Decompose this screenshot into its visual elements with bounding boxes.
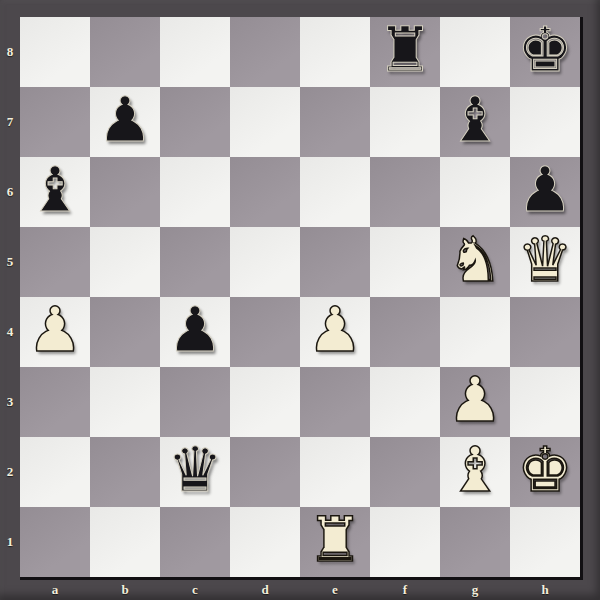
rank-label-4: 4: [0, 297, 20, 367]
square-f5[interactable]: [370, 227, 440, 297]
square-b3[interactable]: [90, 367, 160, 437]
square-a2[interactable]: [20, 437, 90, 507]
square-f7[interactable]: [370, 87, 440, 157]
piece-white-bishop[interactable]: ♝: [447, 435, 503, 505]
square-e2[interactable]: [300, 437, 370, 507]
square-g2[interactable]: ♝: [440, 437, 510, 507]
square-c5[interactable]: [160, 227, 230, 297]
square-g1[interactable]: [440, 507, 510, 577]
square-e6[interactable]: [300, 157, 370, 227]
rank-label-6: 6: [0, 157, 20, 227]
square-e8[interactable]: [300, 17, 370, 87]
square-b5[interactable]: [90, 227, 160, 297]
piece-black-bishop[interactable]: ♝: [447, 85, 503, 155]
square-e5[interactable]: [300, 227, 370, 297]
piece-black-rook[interactable]: ♜: [377, 15, 433, 85]
piece-black-pawn[interactable]: ♟: [517, 155, 573, 225]
square-c2[interactable]: ♛: [160, 437, 230, 507]
square-c4[interactable]: ♟: [160, 297, 230, 367]
square-d5[interactable]: [230, 227, 300, 297]
file-label-g: g: [440, 580, 510, 600]
chess-board: ♜♚♟♝♝♟♞♛♟♟♟♟♛♝♚♜: [20, 17, 583, 580]
square-h8[interactable]: ♚: [510, 17, 580, 87]
square-b4[interactable]: [90, 297, 160, 367]
rank-label-7: 7: [0, 87, 20, 157]
square-g3[interactable]: ♟: [440, 367, 510, 437]
square-e7[interactable]: [300, 87, 370, 157]
square-h7[interactable]: [510, 87, 580, 157]
piece-white-rook[interactable]: ♜: [307, 505, 363, 575]
rank-label-2: 2: [0, 437, 20, 507]
piece-white-queen[interactable]: ♛: [517, 225, 573, 295]
file-label-f: f: [370, 580, 440, 600]
square-g8[interactable]: [440, 17, 510, 87]
square-g7[interactable]: ♝: [440, 87, 510, 157]
square-h1[interactable]: [510, 507, 580, 577]
square-e3[interactable]: [300, 367, 370, 437]
piece-white-knight[interactable]: ♞: [447, 225, 503, 295]
square-b7[interactable]: ♟: [90, 87, 160, 157]
square-c8[interactable]: [160, 17, 230, 87]
square-f8[interactable]: ♜: [370, 17, 440, 87]
square-e4[interactable]: ♟: [300, 297, 370, 367]
piece-white-pawn[interactable]: ♟: [447, 365, 503, 435]
square-a7[interactable]: [20, 87, 90, 157]
square-e1[interactable]: ♜: [300, 507, 370, 577]
square-c1[interactable]: [160, 507, 230, 577]
rank-label-8: 8: [0, 17, 20, 87]
square-g4[interactable]: [440, 297, 510, 367]
piece-white-king[interactable]: ♚: [517, 435, 573, 505]
square-f2[interactable]: [370, 437, 440, 507]
square-d7[interactable]: [230, 87, 300, 157]
square-f1[interactable]: [370, 507, 440, 577]
square-c3[interactable]: [160, 367, 230, 437]
file-label-c: c: [160, 580, 230, 600]
square-h5[interactable]: ♛: [510, 227, 580, 297]
square-d8[interactable]: [230, 17, 300, 87]
square-h4[interactable]: [510, 297, 580, 367]
square-a5[interactable]: [20, 227, 90, 297]
rank-label-1: 1: [0, 507, 20, 577]
square-c7[interactable]: [160, 87, 230, 157]
square-d1[interactable]: [230, 507, 300, 577]
rank-label-5: 5: [0, 227, 20, 297]
file-label-e: e: [300, 580, 370, 600]
rank-label-3: 3: [0, 367, 20, 437]
square-a8[interactable]: [20, 17, 90, 87]
piece-white-pawn[interactable]: ♟: [307, 295, 363, 365]
square-f6[interactable]: [370, 157, 440, 227]
file-label-d: d: [230, 580, 300, 600]
square-d3[interactable]: [230, 367, 300, 437]
square-a6[interactable]: ♝: [20, 157, 90, 227]
square-g5[interactable]: ♞: [440, 227, 510, 297]
chess-diagram: ♜♚♟♝♝♟♞♛♟♟♟♟♛♝♚♜ 87654321abcdefgh: [0, 0, 600, 600]
square-b1[interactable]: [90, 507, 160, 577]
file-label-b: b: [90, 580, 160, 600]
square-h3[interactable]: [510, 367, 580, 437]
square-d4[interactable]: [230, 297, 300, 367]
square-h6[interactable]: ♟: [510, 157, 580, 227]
square-b8[interactable]: [90, 17, 160, 87]
piece-black-king[interactable]: ♚: [517, 15, 573, 85]
square-f4[interactable]: [370, 297, 440, 367]
square-d6[interactable]: [230, 157, 300, 227]
piece-black-queen[interactable]: ♛: [167, 435, 223, 505]
piece-black-pawn[interactable]: ♟: [167, 295, 223, 365]
piece-white-pawn[interactable]: ♟: [27, 295, 83, 365]
square-b2[interactable]: [90, 437, 160, 507]
square-a1[interactable]: [20, 507, 90, 577]
square-a3[interactable]: [20, 367, 90, 437]
square-c6[interactable]: [160, 157, 230, 227]
file-label-a: a: [20, 580, 90, 600]
file-label-h: h: [510, 580, 580, 600]
square-f3[interactable]: [370, 367, 440, 437]
square-h2[interactable]: ♚: [510, 437, 580, 507]
square-b6[interactable]: [90, 157, 160, 227]
piece-black-bishop[interactable]: ♝: [27, 155, 83, 225]
square-g6[interactable]: [440, 157, 510, 227]
square-d2[interactable]: [230, 437, 300, 507]
square-a4[interactable]: ♟: [20, 297, 90, 367]
piece-black-pawn[interactable]: ♟: [97, 85, 153, 155]
